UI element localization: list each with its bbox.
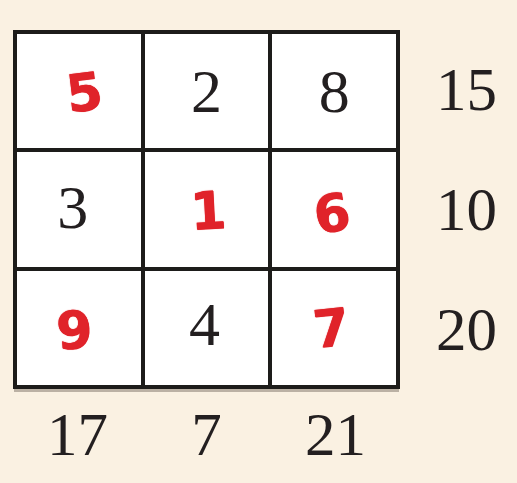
cell-value-r2c2: 1 — [189, 184, 228, 238]
cell-r3c2[interactable]: 4 — [145, 271, 269, 385]
puzzle-canvas: 5 2 8 3 1 6 9 4 7 15 10 20 17 7 — [0, 0, 517, 483]
cell-value-r1c3: 8 — [319, 60, 350, 122]
cell-value-r1c2: 2 — [191, 60, 222, 122]
cell-r2c1[interactable]: 3 — [17, 152, 141, 266]
cell-r3c1[interactable]: 9 — [17, 271, 141, 385]
cell-r2c2[interactable]: 1 — [145, 152, 269, 266]
row-sum-3: 20 — [416, 269, 517, 389]
cell-r1c3[interactable]: 8 — [272, 34, 396, 148]
col-sums-row: 17 7 21 — [13, 389, 400, 480]
cell-r3c3[interactable]: 7 — [272, 271, 396, 385]
cell-r2c3[interactable]: 6 — [272, 152, 396, 266]
cell-r1c1[interactable]: 5 — [17, 34, 141, 148]
cell-r1c2[interactable]: 2 — [145, 34, 269, 148]
cell-value-r1c1: 5 — [63, 65, 105, 121]
cell-value-r2c1: 3 — [57, 176, 88, 238]
cell-value-r3c2: 4 — [189, 293, 220, 355]
cell-value-r3c1: 9 — [54, 303, 94, 357]
row-sum-1: 15 — [416, 30, 517, 150]
col-sum-3: 21 — [271, 389, 400, 480]
col-sum-1: 17 — [13, 389, 142, 480]
cell-value-r3c3: 7 — [310, 300, 351, 355]
row-sum-2: 10 — [416, 150, 517, 270]
col-sum-2: 7 — [142, 389, 271, 480]
cell-value-r2c3: 6 — [310, 185, 354, 242]
row-sums-column: 15 10 20 — [400, 30, 517, 389]
puzzle-board: 5 2 8 3 1 6 9 4 7 — [13, 30, 400, 389]
